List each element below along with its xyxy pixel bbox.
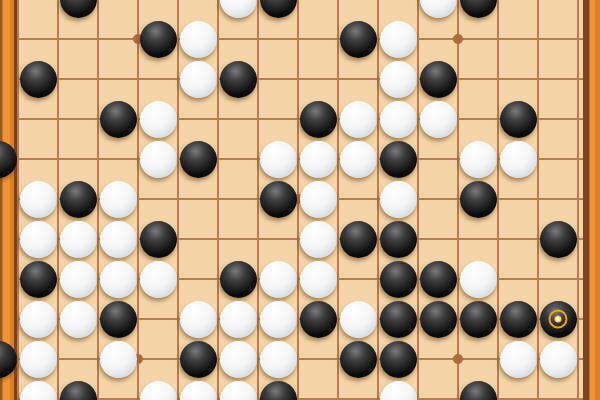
stone-white: [60, 301, 97, 338]
stone-white: [220, 341, 257, 378]
stone-white: [260, 341, 297, 378]
stone-white: [500, 141, 537, 178]
stone-white: [20, 381, 57, 400]
stone-black: [420, 261, 457, 298]
stone-black: [100, 301, 137, 338]
stone-white: [500, 341, 537, 378]
stone-black: [340, 21, 377, 58]
stone-black: [60, 181, 97, 218]
stone-black: [100, 101, 137, 138]
stone-black: [20, 261, 57, 298]
stone-white: [20, 221, 57, 258]
stone-white: [140, 101, 177, 138]
stone-white: [460, 261, 497, 298]
stone-white: [60, 221, 97, 258]
stone-black: [260, 0, 297, 18]
stone-black: [500, 301, 537, 338]
stone-black: [460, 381, 497, 400]
stone-white: [420, 0, 457, 18]
stone-white: [60, 261, 97, 298]
stone-white: [220, 0, 257, 18]
stone-black: [540, 301, 577, 338]
stone-white: [300, 261, 337, 298]
stone-white: [220, 301, 257, 338]
last-move-marker: [549, 310, 568, 329]
stone-black: [260, 381, 297, 400]
stone-white: [220, 381, 257, 400]
stone-white: [100, 341, 137, 378]
stone-white: [300, 141, 337, 178]
stone-black: [180, 341, 217, 378]
stone-black: [380, 301, 417, 338]
stone-white: [20, 301, 57, 338]
stone-white: [340, 301, 377, 338]
go-board-screen: [0, 0, 600, 400]
stone-white: [300, 181, 337, 218]
stone-white: [340, 141, 377, 178]
stone-white: [260, 261, 297, 298]
stone-white: [140, 261, 177, 298]
stone-black: [420, 301, 457, 338]
stone-white: [260, 301, 297, 338]
stone-black: [500, 101, 537, 138]
stone-white: [100, 181, 137, 218]
stone-white: [460, 141, 497, 178]
stones-grid: [0, 0, 578, 400]
stone-black: [340, 341, 377, 378]
stone-black: [460, 301, 497, 338]
stone-black: [420, 61, 457, 98]
stone-white: [180, 381, 217, 400]
stone-black: [220, 261, 257, 298]
stone-white: [100, 261, 137, 298]
stone-black: [60, 0, 97, 18]
stone-white: [380, 21, 417, 58]
stone-black: [380, 141, 417, 178]
stone-white: [380, 101, 417, 138]
stone-white: [380, 61, 417, 98]
stone-white: [380, 381, 417, 400]
stone-black: [380, 221, 417, 258]
stone-white: [180, 21, 217, 58]
stone-white: [300, 221, 337, 258]
stone-white: [140, 381, 177, 400]
stone-black: [460, 181, 497, 218]
stone-black: [380, 341, 417, 378]
stone-black: [0, 141, 17, 178]
stone-white: [420, 101, 457, 138]
stone-black: [540, 221, 577, 258]
stone-white: [180, 61, 217, 98]
stone-white: [20, 181, 57, 218]
stone-black: [140, 221, 177, 258]
stone-black: [260, 181, 297, 218]
stone-black: [180, 141, 217, 178]
stone-black: [460, 0, 497, 18]
stone-black: [300, 101, 337, 138]
board-frame-right: [583, 0, 600, 400]
stone-white: [380, 181, 417, 218]
stone-white: [100, 221, 137, 258]
stone-black: [140, 21, 177, 58]
stone-white: [180, 301, 217, 338]
stone-black: [220, 61, 257, 98]
stone-black: [20, 61, 57, 98]
stone-black: [340, 221, 377, 258]
stone-black: [60, 381, 97, 400]
stone-white: [540, 341, 577, 378]
stone-black: [380, 261, 417, 298]
stone-white: [140, 141, 177, 178]
stone-white: [20, 341, 57, 378]
stone-black: [300, 301, 337, 338]
stone-white: [260, 141, 297, 178]
stone-white: [340, 101, 377, 138]
stone-black: [0, 341, 17, 378]
